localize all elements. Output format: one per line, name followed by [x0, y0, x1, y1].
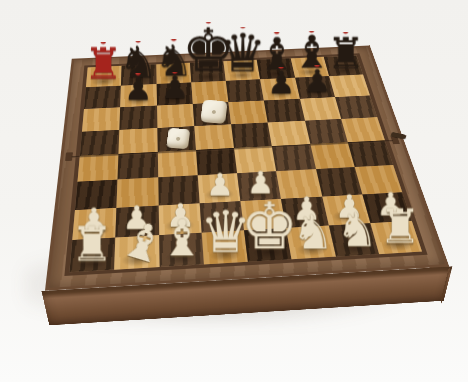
- chess-board-box: ♜♞♞♚♛♝♝♜♟♟♟♟♟♟♟♟♟♟♟♟♜♝♝♛♚♞♞♜: [45, 46, 449, 291]
- red-finial-icon: [343, 28, 348, 33]
- square-b5[interactable]: [119, 128, 158, 154]
- board-frame: ♜♞♞♚♛♝♝♜♟♟♟♟♟♟♟♟♟♟♟♟♜♝♝♛♚♞♞♜: [45, 46, 449, 291]
- square-c5[interactable]: [157, 126, 196, 152]
- piece-black-rook[interactable]: ♜: [327, 32, 365, 75]
- piece-white-knight[interactable]: ♞: [292, 209, 334, 256]
- square-h4[interactable]: [347, 140, 393, 167]
- piece-black-pawn[interactable]: ♟: [160, 72, 188, 104]
- square-h7[interactable]: [329, 75, 370, 97]
- scene: ♜♞♞♚♛♝♝♜♟♟♟♟♟♟♟♟♟♟♟♟♜♝♝♛♚♞♞♜: [0, 0, 468, 382]
- square-f6[interactable]: [264, 99, 304, 123]
- square-a5[interactable]: [80, 130, 120, 156]
- piece-black-pawn[interactable]: ♟: [267, 67, 295, 98]
- square-f7[interactable]: ♟: [260, 78, 299, 100]
- square-c7[interactable]: ♟: [156, 83, 192, 106]
- red-finial-icon: [240, 23, 245, 28]
- piece-white-pawn[interactable]: ♟: [206, 169, 234, 200]
- piece-white-queen[interactable]: ♛: [200, 204, 252, 262]
- square-b6[interactable]: [120, 105, 157, 129]
- piece-black-pawn[interactable]: ♟: [124, 73, 152, 105]
- square-g1[interactable]: ♞: [328, 223, 379, 257]
- red-finial-icon: [275, 29, 280, 34]
- chess-board: ♜♞♞♚♛♝♝♜♟♟♟♟♟♟♟♟♟♟♟♟♜♝♝♛♚♞♞♜: [69, 55, 422, 272]
- piece-white-knight[interactable]: ♞: [336, 207, 378, 254]
- red-finial-icon: [309, 27, 314, 32]
- square-g7[interactable]: ♟: [295, 76, 335, 98]
- square-a6[interactable]: [82, 107, 120, 131]
- square-c6[interactable]: [157, 104, 195, 128]
- square-a1[interactable]: ♜: [69, 237, 115, 272]
- square-a8[interactable]: ♜: [86, 66, 122, 88]
- red-finial-icon: [172, 68, 178, 74]
- square-e7[interactable]: [226, 79, 264, 102]
- red-finial-icon: [136, 37, 141, 42]
- square-d8[interactable]: ♚: [190, 61, 226, 82]
- red-finial-icon: [206, 18, 211, 23]
- piece-black-rook[interactable]: ♜: [84, 42, 123, 85]
- piece-white-rook[interactable]: ♜: [379, 204, 421, 251]
- square-b1[interactable]: ♝: [114, 235, 159, 270]
- square-d6[interactable]: [193, 102, 232, 126]
- square-f4[interactable]: [272, 144, 316, 171]
- bone-die-2[interactable]: [166, 128, 190, 150]
- square-a7[interactable]: [84, 86, 121, 109]
- red-finial-icon: [101, 38, 106, 43]
- piece-white-rook[interactable]: ♜: [71, 221, 114, 269]
- square-d1[interactable]: ♛: [201, 230, 247, 264]
- square-b7[interactable]: ♟: [120, 84, 156, 107]
- square-g6[interactable]: [299, 97, 340, 121]
- square-c4[interactable]: [157, 150, 197, 178]
- red-finial-icon: [171, 35, 176, 40]
- red-finial-icon: [136, 70, 142, 76]
- square-g5[interactable]: [305, 119, 348, 144]
- photo-stage: ♜♞♞♚♛♝♝♜♟♟♟♟♟♟♟♟♟♟♟♟♜♝♝♛♚♞♞♜: [0, 0, 468, 382]
- square-f5[interactable]: [268, 121, 310, 146]
- square-a4[interactable]: [78, 154, 119, 182]
- piece-black-pawn[interactable]: ♟: [303, 65, 331, 96]
- bone-die-1[interactable]: [200, 99, 228, 123]
- square-d5[interactable]: [194, 124, 234, 150]
- square-e5[interactable]: [231, 122, 272, 148]
- hinge-icon: [65, 152, 73, 161]
- square-e6[interactable]: [228, 100, 268, 124]
- red-finial-icon: [314, 62, 320, 68]
- square-h5[interactable]: [341, 117, 385, 142]
- square-h6[interactable]: [335, 95, 377, 119]
- red-finial-icon: [279, 63, 285, 69]
- square-b4[interactable]: [118, 152, 158, 180]
